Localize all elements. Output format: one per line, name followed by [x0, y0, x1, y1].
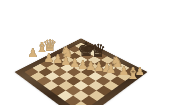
chess-set-scene: ♟♝♛♟♟♞♟♟♚♟♛♟♟♟♞♟♟♝♟	[0, 0, 175, 105]
board-grid	[24, 43, 137, 105]
chess-board	[15, 38, 148, 105]
product-photo: ♟♝♛♟♟♞♟♟♚♟♛♟♟♟♞♟♟♝♟	[0, 0, 175, 105]
light-pawn: ♟	[28, 47, 39, 59]
light-bishop: ♝	[36, 40, 49, 54]
